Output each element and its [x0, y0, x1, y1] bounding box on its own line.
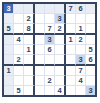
- cell-r2c5[interactable]: [45, 14, 55, 24]
- cell-r7c1[interactable]: 1: [4, 66, 14, 76]
- cell-r1c6[interactable]: [55, 4, 66, 14]
- cell-r5c3[interactable]: 1: [24, 45, 35, 55]
- cell-r4c2[interactable]: 4: [14, 35, 24, 45]
- cell-r7c7[interactable]: [66, 66, 76, 76]
- cell-r6c6[interactable]: [55, 55, 66, 66]
- cell-r5c1[interactable]: [4, 45, 14, 55]
- cell-r4c5[interactable]: 3: [45, 35, 55, 45]
- cell-r2c6[interactable]: 3: [55, 14, 66, 24]
- cell-r6c3[interactable]: [24, 55, 35, 66]
- cell-r6c9[interactable]: 6: [86, 55, 95, 66]
- cell-r3c7[interactable]: [66, 24, 76, 35]
- cell-r4c1[interactable]: [4, 35, 14, 45]
- cell-r5c7[interactable]: [66, 45, 76, 55]
- cell-r8c1[interactable]: [4, 76, 14, 86]
- cell-r3c5[interactable]: 7: [45, 24, 55, 35]
- cell-r8c3[interactable]: [24, 76, 35, 86]
- cell-r5c4[interactable]: [35, 45, 45, 55]
- cell-r2c7[interactable]: [66, 14, 76, 24]
- cell-r4c6[interactable]: [55, 35, 66, 45]
- cell-r2c2[interactable]: [14, 14, 24, 24]
- cell-r7c3[interactable]: [24, 66, 35, 76]
- cell-r4c7[interactable]: 1: [66, 35, 76, 45]
- cell-r3c1[interactable]: 5: [4, 24, 14, 35]
- cell-r6c4[interactable]: [35, 55, 45, 66]
- cell-r8c9[interactable]: [86, 76, 95, 86]
- cell-r7c5[interactable]: [45, 66, 55, 76]
- cell-r9c9[interactable]: 3: [86, 86, 95, 95]
- cell-r4c8[interactable]: 2: [76, 35, 86, 45]
- cell-r5c2[interactable]: [14, 45, 24, 55]
- cell-r5c8[interactable]: [76, 45, 86, 55]
- cell-r1c2[interactable]: [14, 4, 24, 14]
- cell-r6c7[interactable]: [66, 55, 76, 66]
- cell-r8c2[interactable]: [14, 76, 24, 86]
- cell-r1c9[interactable]: [86, 4, 95, 14]
- sudoku-board: 376235872143121652361724543: [2, 2, 97, 97]
- cell-r8c4[interactable]: [35, 76, 45, 86]
- cell-r3c3[interactable]: 8: [24, 24, 35, 35]
- cell-r3c6[interactable]: 2: [55, 24, 66, 35]
- cell-r1c8[interactable]: 6: [76, 4, 86, 14]
- cell-r6c1[interactable]: [4, 55, 14, 66]
- cell-r9c3[interactable]: [24, 86, 35, 95]
- cell-r1c1[interactable]: 3: [4, 4, 14, 14]
- cell-r9c8[interactable]: [76, 86, 86, 95]
- cell-r8c6[interactable]: [55, 76, 66, 86]
- cell-r9c7[interactable]: [66, 86, 76, 95]
- cell-r6c8[interactable]: 3: [76, 55, 86, 66]
- cell-r7c2[interactable]: [14, 66, 24, 76]
- cell-r3c9[interactable]: [86, 24, 95, 35]
- cell-r3c2[interactable]: [14, 24, 24, 35]
- cell-r1c3[interactable]: [24, 4, 35, 14]
- cell-r1c5[interactable]: [45, 4, 55, 14]
- cell-r1c4[interactable]: [35, 4, 45, 14]
- cell-r9c5[interactable]: [45, 86, 55, 95]
- cell-r5c5[interactable]: 6: [45, 45, 55, 55]
- cell-r2c1[interactable]: [4, 14, 14, 24]
- cell-r4c4[interactable]: [35, 35, 45, 45]
- cell-r4c3[interactable]: [24, 35, 35, 45]
- cell-r9c1[interactable]: [4, 86, 14, 95]
- cell-r7c9[interactable]: [86, 66, 95, 76]
- cell-r5c9[interactable]: 5: [86, 45, 95, 55]
- cell-r5c6[interactable]: [55, 45, 66, 55]
- cell-r9c2[interactable]: 5: [14, 86, 24, 95]
- cell-r4c9[interactable]: [86, 35, 95, 45]
- cell-r3c4[interactable]: [35, 24, 45, 35]
- cell-r6c2[interactable]: 2: [14, 55, 24, 66]
- cell-r1c7[interactable]: 7: [66, 4, 76, 14]
- cell-r8c7[interactable]: [66, 76, 76, 86]
- cell-r2c4[interactable]: [35, 14, 45, 24]
- cell-r9c6[interactable]: 4: [55, 86, 66, 95]
- cell-r2c9[interactable]: [86, 14, 95, 24]
- cell-r8c5[interactable]: 2: [45, 76, 55, 86]
- cell-r2c8[interactable]: [76, 14, 86, 24]
- cell-r8c8[interactable]: 4: [76, 76, 86, 86]
- cell-r7c8[interactable]: 7: [76, 66, 86, 76]
- cell-r3c8[interactable]: 1: [76, 24, 86, 35]
- cell-r7c6[interactable]: [55, 66, 66, 76]
- cell-r2c3[interactable]: 2: [24, 14, 35, 24]
- cell-r9c4[interactable]: [35, 86, 45, 95]
- cell-r7c4[interactable]: [35, 66, 45, 76]
- cell-r6c5[interactable]: [45, 55, 55, 66]
